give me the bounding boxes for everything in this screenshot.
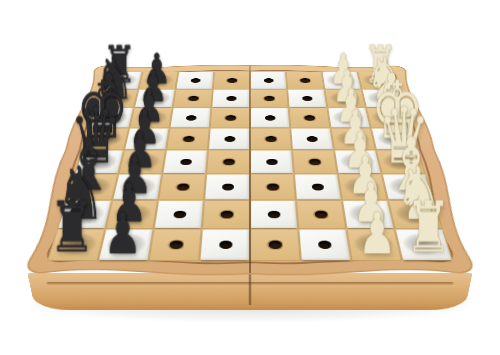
square-a1[interactable]: ♜ xyxy=(395,229,453,261)
square-b6[interactable] xyxy=(154,200,204,229)
white-pawn[interactable]: ♟ xyxy=(358,205,396,262)
white-plastic-tile xyxy=(163,151,207,174)
black-pawn[interactable]: ♟ xyxy=(104,205,142,262)
square-g4[interactable] xyxy=(250,89,289,108)
peg-hole xyxy=(226,96,236,101)
peg-hole xyxy=(219,240,232,248)
square-h6[interactable] xyxy=(176,72,215,89)
square-e4[interactable] xyxy=(250,128,292,150)
chess-set-photo: ♜♟♟♜♞♟♟♞♝♟♟♝♚♟♟♚♛♟♟♛♝♟♟♝♞♟♟♞♜♟♟♜ xyxy=(0,0,500,355)
square-b5[interactable] xyxy=(202,200,250,229)
white-rook[interactable]: ♜ xyxy=(405,193,451,263)
peg-hole xyxy=(225,115,236,120)
peg-hole xyxy=(306,136,317,142)
square-g5[interactable] xyxy=(211,89,250,108)
peg-hole xyxy=(190,78,200,83)
square-b3[interactable] xyxy=(296,200,346,229)
square-e6[interactable] xyxy=(166,128,210,150)
perspective-scene: ♜♟♟♜♞♟♟♞♝♟♟♝♚♟♟♚♛♟♟♛♝♟♟♝♞♟♟♞♜♟♟♜ xyxy=(0,0,500,355)
square-d3[interactable] xyxy=(292,150,338,174)
square-e3[interactable] xyxy=(290,128,334,150)
peg-hole xyxy=(185,115,196,120)
peg-hole xyxy=(265,136,276,142)
white-plastic-tile xyxy=(155,201,203,228)
square-b4[interactable] xyxy=(250,200,298,229)
peg-hole xyxy=(308,159,320,165)
square-f5[interactable] xyxy=(210,108,250,128)
square-a6[interactable] xyxy=(149,229,202,261)
hinge-seam xyxy=(249,65,251,273)
square-g6[interactable] xyxy=(173,89,213,108)
square-h5[interactable] xyxy=(213,72,250,89)
square-g3[interactable] xyxy=(287,89,327,108)
peg-hole xyxy=(264,96,274,101)
square-h3[interactable] xyxy=(286,72,325,89)
white-plastic-tile xyxy=(251,151,293,174)
peg-hole xyxy=(300,78,310,83)
peg-hole xyxy=(314,210,327,218)
square-a5[interactable] xyxy=(199,229,250,261)
white-plastic-tile xyxy=(171,108,211,127)
square-f6[interactable] xyxy=(169,108,211,128)
peg-hole xyxy=(264,115,275,120)
square-d6[interactable] xyxy=(162,150,208,174)
peg-hole xyxy=(304,115,315,120)
square-a2[interactable]: ♟ xyxy=(346,229,402,261)
peg-hole xyxy=(317,240,331,248)
peg-hole xyxy=(227,78,237,83)
white-plastic-tile xyxy=(295,175,341,200)
peg-hole xyxy=(180,159,192,165)
peg-hole xyxy=(267,210,280,218)
square-e5[interactable] xyxy=(208,128,250,150)
black-rook[interactable]: ♜ xyxy=(49,193,95,263)
square-a7[interactable]: ♟ xyxy=(98,229,154,261)
square-a3[interactable] xyxy=(298,229,351,261)
square-f3[interactable] xyxy=(289,108,331,128)
peg-hole xyxy=(183,136,194,142)
peg-hole xyxy=(266,159,277,165)
folding-chess-board: ♜♟♟♜♞♟♟♞♝♟♟♝♚♟♟♚♛♟♟♛♝♟♟♝♞♟♟♞♜♟♟♜ xyxy=(14,63,486,278)
peg-hole xyxy=(302,96,313,101)
peg-hole xyxy=(173,210,186,218)
peg-hole xyxy=(169,240,183,248)
peg-hole xyxy=(268,240,281,248)
square-a4[interactable] xyxy=(250,229,301,261)
peg-hole xyxy=(220,210,233,218)
square-f4[interactable] xyxy=(250,108,290,128)
white-plastic-tile xyxy=(251,108,289,127)
square-h4[interactable] xyxy=(250,72,287,89)
peg-hole xyxy=(188,96,199,101)
square-d4[interactable] xyxy=(250,150,294,174)
white-plastic-tile xyxy=(251,201,297,228)
peg-hole xyxy=(223,159,234,165)
peg-hole xyxy=(263,78,273,83)
peg-hole xyxy=(224,136,235,142)
square-d5[interactable] xyxy=(206,150,250,174)
square-a8[interactable]: ♜ xyxy=(47,229,105,261)
white-plastic-tile xyxy=(205,175,249,200)
